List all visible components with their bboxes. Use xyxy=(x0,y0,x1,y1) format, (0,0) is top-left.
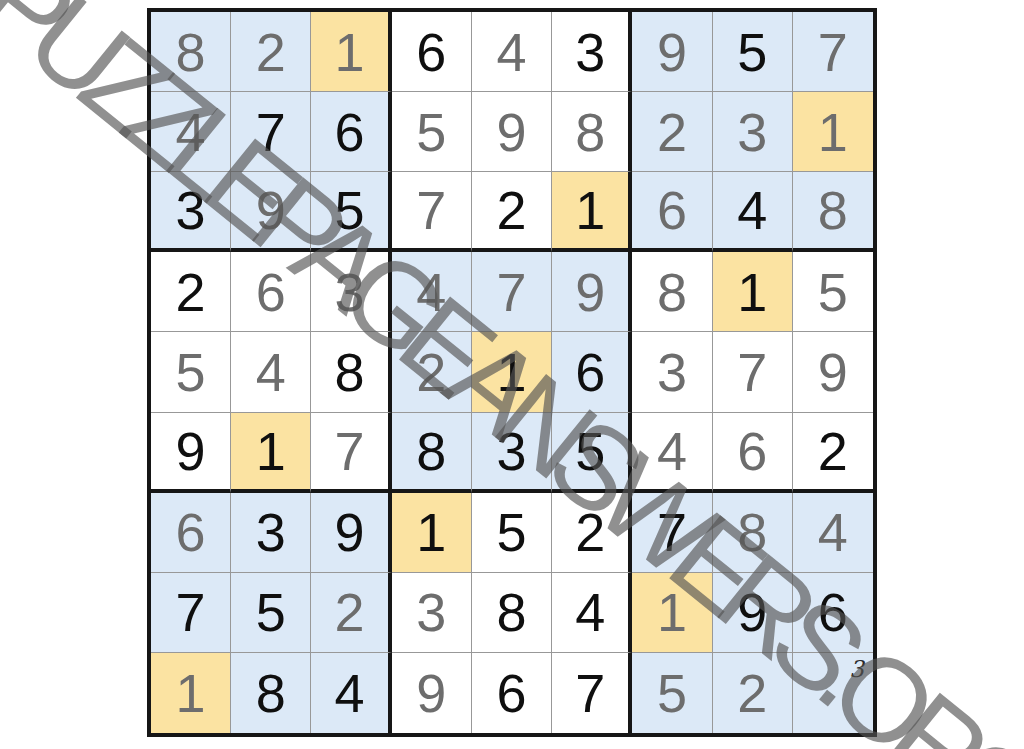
sudoku-page: 8216439574765982313957216482634798155482… xyxy=(0,0,1024,749)
cell-value: 2 xyxy=(416,345,446,399)
cell-value: 1 xyxy=(496,345,526,399)
cell-r2c7[interactable]: 2 xyxy=(632,92,712,172)
cell-r7c8[interactable]: 8 xyxy=(713,493,793,573)
cell-value: 6 xyxy=(496,666,526,720)
cell-r1c1[interactable]: 8 xyxy=(151,12,231,92)
sudoku-board: 8216439574765982313957216482634798155482… xyxy=(147,8,877,737)
cell-value: 8 xyxy=(657,265,687,319)
cell-value: 7 xyxy=(256,105,286,159)
cell-value: 2 xyxy=(818,424,848,478)
cell-value: 6 xyxy=(176,505,206,559)
cell-r8c5[interactable]: 8 xyxy=(472,573,552,653)
cell-value: 3 xyxy=(737,105,767,159)
cell-value: 4 xyxy=(575,585,605,639)
cell-r8c4[interactable]: 3 xyxy=(392,573,472,653)
cell-r2c3[interactable]: 6 xyxy=(311,92,391,172)
cell-value: 9 xyxy=(335,505,365,559)
cell-value: 7 xyxy=(818,25,848,79)
cell-r8c2[interactable]: 5 xyxy=(231,573,311,653)
cell-r1c8[interactable]: 5 xyxy=(713,12,793,92)
cell-r2c8[interactable]: 3 xyxy=(713,92,793,172)
cell-r5c5[interactable]: 1 xyxy=(472,332,552,412)
cell-r9c3[interactable]: 4 xyxy=(311,653,391,733)
cell-value: 1 xyxy=(335,25,365,79)
cell-r7c6[interactable]: 2 xyxy=(552,493,632,573)
cell-r1c5[interactable]: 4 xyxy=(472,12,552,92)
cell-value: 6 xyxy=(416,25,446,79)
cell-value: 2 xyxy=(335,585,365,639)
cell-r4c3[interactable]: 3 xyxy=(311,252,391,332)
cell-value: 3 xyxy=(575,25,605,79)
cell-r9c9[interactable]: 3 xyxy=(793,653,873,733)
cell-value: 1 xyxy=(575,183,605,237)
cell-value: 8 xyxy=(818,183,848,237)
cell-value: 3 xyxy=(496,424,526,478)
cell-value: 6 xyxy=(657,183,687,237)
cell-value: 4 xyxy=(737,183,767,237)
cell-value: 4 xyxy=(657,424,687,478)
cell-value: 6 xyxy=(256,265,286,319)
cell-r3c9[interactable]: 8 xyxy=(793,172,873,252)
cell-value: 9 xyxy=(416,666,446,720)
cell-r2c4[interactable]: 5 xyxy=(392,92,472,172)
cell-value: 7 xyxy=(575,666,605,720)
cell-value: 3 xyxy=(657,345,687,399)
cell-r3c4[interactable]: 7 xyxy=(392,172,472,252)
cell-r2c9[interactable]: 1 xyxy=(793,92,873,172)
cell-r3c7[interactable]: 6 xyxy=(632,172,712,252)
cell-r9c1[interactable]: 1 xyxy=(151,653,231,733)
cell-r6c8[interactable]: 6 xyxy=(713,413,793,493)
cell-r1c2[interactable]: 2 xyxy=(231,12,311,92)
cell-r7c7[interactable]: 7 xyxy=(632,493,712,573)
cell-value: 6 xyxy=(818,585,848,639)
cell-value: 5 xyxy=(335,183,365,237)
cell-value: 5 xyxy=(575,424,605,478)
cell-r4c5[interactable]: 7 xyxy=(472,252,552,332)
cell-value: 6 xyxy=(737,424,767,478)
cell-r6c9[interactable]: 2 xyxy=(793,413,873,493)
cell-value: 3 xyxy=(176,183,206,237)
cell-value: 2 xyxy=(657,105,687,159)
cell-value: 8 xyxy=(335,345,365,399)
cell-value: 1 xyxy=(256,424,286,478)
cell-r2c6[interactable]: 8 xyxy=(552,92,632,172)
cell-value: 1 xyxy=(416,505,446,559)
cell-value: 8 xyxy=(496,585,526,639)
cell-value: 5 xyxy=(416,105,446,159)
cell-r8c6[interactable]: 4 xyxy=(552,573,632,653)
cell-r3c5[interactable]: 2 xyxy=(472,172,552,252)
cell-r1c4[interactable]: 6 xyxy=(392,12,472,92)
cell-value: 7 xyxy=(737,345,767,399)
cell-value: 5 xyxy=(657,666,687,720)
cell-r4c7[interactable]: 8 xyxy=(632,252,712,332)
cell-r1c9[interactable]: 7 xyxy=(793,12,873,92)
cell-value: 5 xyxy=(818,265,848,319)
cell-value: 9 xyxy=(737,585,767,639)
cell-value: 2 xyxy=(176,265,206,319)
cell-r1c3[interactable]: 1 xyxy=(311,12,391,92)
cell-value: 5 xyxy=(256,585,286,639)
pencil-mark: 3 xyxy=(849,656,864,682)
cell-r6c7[interactable]: 4 xyxy=(632,413,712,493)
cell-r5c9[interactable]: 9 xyxy=(793,332,873,412)
cell-r5c1[interactable]: 5 xyxy=(151,332,231,412)
cell-value: 7 xyxy=(335,424,365,478)
cell-r6c2[interactable]: 1 xyxy=(231,413,311,493)
cell-value: 9 xyxy=(176,424,206,478)
cell-value: 9 xyxy=(496,105,526,159)
cell-r6c6[interactable]: 5 xyxy=(552,413,632,493)
cell-r7c1[interactable]: 6 xyxy=(151,493,231,573)
cell-r2c1[interactable]: 4 xyxy=(151,92,231,172)
cell-value: 1 xyxy=(818,105,848,159)
cell-value: 4 xyxy=(335,666,365,720)
cell-r9c8[interactable]: 2 xyxy=(713,653,793,733)
cell-r9c2[interactable]: 8 xyxy=(231,653,311,733)
cell-value: 7 xyxy=(657,505,687,559)
cell-r4c1[interactable]: 2 xyxy=(151,252,231,332)
cell-value: 3 xyxy=(416,585,446,639)
cell-r9c6[interactable]: 7 xyxy=(552,653,632,733)
cell-value: 3 xyxy=(335,265,365,319)
cell-value: 6 xyxy=(575,345,605,399)
cell-value: 7 xyxy=(496,265,526,319)
cell-value: 9 xyxy=(657,25,687,79)
cell-value: 6 xyxy=(335,105,365,159)
cell-r8c8[interactable]: 9 xyxy=(713,573,793,653)
cell-value: 2 xyxy=(737,666,767,720)
cell-value: 7 xyxy=(416,183,446,237)
cell-r4c6[interactable]: 9 xyxy=(552,252,632,332)
cell-r9c7[interactable]: 5 xyxy=(632,653,712,733)
cell-value: 9 xyxy=(575,265,605,319)
cell-value: 1 xyxy=(737,265,767,319)
cell-value: 4 xyxy=(496,25,526,79)
cell-r7c3[interactable]: 9 xyxy=(311,493,391,573)
cell-value: 2 xyxy=(575,505,605,559)
cell-r2c5[interactable]: 9 xyxy=(472,92,552,172)
cell-value: 2 xyxy=(256,25,286,79)
cell-r3c1[interactable]: 3 xyxy=(151,172,231,252)
cell-r8c9[interactable]: 6 xyxy=(793,573,873,653)
cell-r6c4[interactable]: 8 xyxy=(392,413,472,493)
cell-value: 5 xyxy=(496,505,526,559)
cell-r4c9[interactable]: 5 xyxy=(793,252,873,332)
cell-r9c5[interactable]: 6 xyxy=(472,653,552,733)
cell-r7c4[interactable]: 1 xyxy=(392,493,472,573)
cell-value: 4 xyxy=(818,505,848,559)
cell-r7c5[interactable]: 5 xyxy=(472,493,552,573)
cell-r4c4[interactable]: 4 xyxy=(392,252,472,332)
cell-r2c2[interactable]: 7 xyxy=(231,92,311,172)
cell-r1c7[interactable]: 9 xyxy=(632,12,712,92)
cell-r3c3[interactable]: 5 xyxy=(311,172,391,252)
cell-r5c4[interactable]: 2 xyxy=(392,332,472,412)
cell-value: 9 xyxy=(818,345,848,399)
cell-r5c2[interactable]: 4 xyxy=(231,332,311,412)
cell-value: 7 xyxy=(176,585,206,639)
cell-r5c8[interactable]: 7 xyxy=(713,332,793,412)
cell-r3c6[interactable]: 1 xyxy=(552,172,632,252)
cell-value: 8 xyxy=(575,105,605,159)
cell-r1c6[interactable]: 3 xyxy=(552,12,632,92)
cell-value: 4 xyxy=(176,105,206,159)
cell-value: 8 xyxy=(176,25,206,79)
cell-r8c1[interactable]: 7 xyxy=(151,573,231,653)
cell-r8c3[interactable]: 2 xyxy=(311,573,391,653)
cell-r8c7[interactable]: 1 xyxy=(632,573,712,653)
cell-value: 8 xyxy=(416,424,446,478)
cell-value: 4 xyxy=(416,265,446,319)
cell-r3c2[interactable]: 9 xyxy=(231,172,311,252)
cell-value: 3 xyxy=(256,505,286,559)
cell-value: 5 xyxy=(737,25,767,79)
cell-value: 8 xyxy=(256,666,286,720)
cell-value: 1 xyxy=(176,666,206,720)
cell-r7c9[interactable]: 4 xyxy=(793,493,873,573)
cell-value: 8 xyxy=(737,505,767,559)
cell-r5c6[interactable]: 6 xyxy=(552,332,632,412)
cell-value: 2 xyxy=(496,183,526,237)
cell-r9c4[interactable]: 9 xyxy=(392,653,472,733)
cell-r6c3[interactable]: 7 xyxy=(311,413,391,493)
cell-r6c1[interactable]: 9 xyxy=(151,413,231,493)
cell-r6c5[interactable]: 3 xyxy=(472,413,552,493)
cell-r7c2[interactable]: 3 xyxy=(231,493,311,573)
cell-r3c8[interactable]: 4 xyxy=(713,172,793,252)
cell-r4c2[interactable]: 6 xyxy=(231,252,311,332)
cell-value: 5 xyxy=(176,345,206,399)
cell-r5c3[interactable]: 8 xyxy=(311,332,391,412)
cell-r4c8[interactable]: 1 xyxy=(713,252,793,332)
cell-value: 1 xyxy=(657,585,687,639)
cell-value: 9 xyxy=(256,183,286,237)
cell-r5c7[interactable]: 3 xyxy=(632,332,712,412)
cell-value: 4 xyxy=(256,345,286,399)
